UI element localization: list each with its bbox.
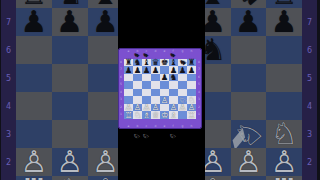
square-g7: ♟: [231, 8, 267, 36]
square-g3: ♘: [231, 120, 267, 148]
frame-file-label-d-top: d: [155, 50, 157, 53]
white-piece-p-g2: ♙: [235, 147, 262, 177]
background-rank-label-2: 2: [302, 158, 317, 167]
square-b7[interactable]: ♟: [133, 66, 142, 74]
white-piece-k-e1: ♔: [161, 111, 169, 120]
white-reserve-winged-piece-f: ♘: [169, 131, 178, 140]
square-f3[interactable]: [169, 96, 178, 104]
background-rank-label-3: 3: [1, 130, 16, 139]
square-d7[interactable]: ♟: [151, 66, 160, 74]
white-piece-n-b1: ♘: [134, 111, 142, 120]
square-c2[interactable]: ♙: [142, 104, 151, 112]
frame-rank-label-8-left: 8: [120, 61, 122, 64]
square-a3[interactable]: [124, 96, 133, 104]
white-reserve-slot-e: [160, 133, 169, 140]
frame-file-label-g-top: g: [182, 50, 184, 53]
square-d4[interactable]: [151, 89, 160, 97]
square-e7[interactable]: [160, 66, 169, 74]
frame-rank-label-7-left: 7: [120, 68, 122, 71]
square-a5[interactable]: [124, 81, 133, 89]
square-h1: ♖: [266, 176, 302, 180]
black-reserve-slot-d: [151, 52, 160, 59]
white-piece-r-a1: ♖: [20, 175, 47, 180]
white-reserve-slot-d: [151, 133, 160, 140]
square-b4: [52, 92, 88, 120]
white-reserve-slot-a: [124, 133, 133, 140]
square-e2[interactable]: [160, 104, 169, 112]
square-g8: ♞: [231, 0, 267, 8]
white-piece-n-h3: ♘: [271, 119, 298, 149]
square-f7[interactable]: ♟: [169, 66, 178, 74]
square-c5[interactable]: [142, 81, 151, 89]
frame-file-label-f-top: f: [173, 50, 174, 53]
square-d5[interactable]: [151, 81, 160, 89]
screenshot-stage: ♜♞♝♛♚♝♞♜♟♟♟♟♟♟♟♟♞♙♘♘♙♙♙♙♙♙♙♖♘♗♕♔♗♖ 76543…: [0, 0, 320, 180]
square-g8[interactable]: ♞: [178, 59, 187, 67]
frame-rank-label-5-left: 5: [120, 83, 122, 86]
black-reserve-slot-g: [178, 52, 187, 59]
square-b2: ♙: [52, 148, 88, 176]
white-reserve-slot-c[interactable]: ♘: [142, 133, 151, 140]
square-h5: [266, 64, 302, 92]
square-b1[interactable]: ♘: [133, 111, 142, 119]
black-reserve-slot-a: [124, 52, 133, 59]
square-g2: ♙: [231, 148, 267, 176]
white-piece-q-d1: ♕: [152, 111, 160, 120]
frame-file-label-b-top: b: [137, 50, 139, 53]
square-b5: [52, 64, 88, 92]
background-rank-label-5: 5: [1, 74, 16, 83]
square-g2[interactable]: ♙: [178, 104, 187, 112]
frame-file-label-h-bottom: h: [191, 125, 193, 128]
square-a7[interactable]: ♟: [124, 66, 133, 74]
white-piece-n-b1: ♘: [56, 175, 83, 180]
white-piece-r-a1: ♖: [125, 111, 133, 120]
white-piece-b-f1: ♗: [170, 111, 178, 120]
square-f6[interactable]: ♞: [169, 74, 178, 82]
square-g7[interactable]: ♟: [178, 66, 187, 74]
square-h5[interactable]: [187, 81, 196, 89]
square-e3[interactable]: ♙: [160, 96, 169, 104]
background-rank-label-6: 6: [302, 46, 317, 55]
frame-file-label-f-bottom: f: [173, 125, 174, 128]
white-piece-p-h2: ♙: [271, 147, 298, 177]
frame-rank-label-4-right: 4: [198, 91, 200, 94]
background-rank-label-7: 7: [1, 18, 16, 27]
square-b8[interactable]: ♞: [133, 59, 142, 67]
square-e1[interactable]: ♔: [160, 111, 169, 119]
frame-file-label-e-top: e: [164, 50, 166, 53]
square-b4[interactable]: [133, 89, 142, 97]
black-piece-p-c7: ♟: [92, 7, 119, 37]
square-d2[interactable]: ♙: [151, 104, 160, 112]
black-piece-p-b7: ♟: [56, 7, 83, 37]
white-piece-r-h1: ♖: [271, 175, 298, 180]
frame-file-label-a-top: a: [128, 50, 130, 53]
background-right-coordinate-border: 765432: [302, 0, 317, 180]
square-f4[interactable]: [169, 89, 178, 97]
square-c1[interactable]: ♗: [142, 111, 151, 119]
background-rank-label-5: 5: [302, 74, 317, 83]
square-e4[interactable]: [160, 89, 169, 97]
white-piece-b-c1: ♗: [143, 111, 151, 120]
frame-file-label-b-bottom: b: [137, 125, 139, 128]
white-piece-p-b2: ♙: [56, 147, 83, 177]
square-b7: ♟: [52, 8, 88, 36]
black-reserve-slot-h: [187, 52, 196, 59]
frame-rank-label-1-left: 1: [120, 113, 122, 116]
frame-rank-label-6-left: 6: [120, 76, 122, 79]
black-reserve-slot-e: [160, 52, 169, 59]
square-f1[interactable]: ♗: [169, 111, 178, 119]
square-a8[interactable]: ♜: [124, 59, 133, 67]
square-g4[interactable]: [178, 89, 187, 97]
square-b6: [52, 36, 88, 64]
background-rank-label-3: 3: [302, 130, 317, 139]
frame-file-label-c-bottom: c: [146, 125, 148, 128]
frame-rank-label-7-right: 7: [198, 68, 200, 71]
square-g3[interactable]: ♘: [178, 96, 187, 104]
white-reserve-slot-h: [187, 133, 196, 140]
background-rank-label-4: 4: [1, 102, 16, 111]
white-reserve-winged-piece-c: ♘: [142, 131, 151, 140]
square-c4[interactable]: [142, 89, 151, 97]
square-b6[interactable]: [133, 74, 142, 82]
black-reserve-slot-b[interactable]: ♞: [133, 52, 142, 59]
square-g6: [231, 36, 267, 64]
white-piece-b-c1: ♗: [92, 175, 119, 180]
square-e8[interactable]: ♚: [160, 59, 169, 67]
square-e5[interactable]: [160, 81, 169, 89]
square-a3: [16, 120, 52, 148]
white-piece-r-h1: ♖: [188, 111, 196, 120]
square-g1[interactable]: [178, 111, 187, 119]
square-c7[interactable]: ♟: [142, 66, 151, 74]
square-g5: [231, 64, 267, 92]
frame-rank-label-8-right: 8: [198, 61, 200, 64]
white-reserve-slot-f[interactable]: ♘: [169, 133, 178, 140]
black-piece-p-h7: ♟: [271, 7, 298, 37]
frame-file-label-g-bottom: g: [182, 125, 184, 128]
square-b5[interactable]: [133, 81, 142, 89]
square-h1[interactable]: ♖: [187, 111, 196, 119]
square-a7: ♟: [16, 8, 52, 36]
square-f8[interactable]: ♝: [169, 59, 178, 67]
square-d1[interactable]: ♕: [151, 111, 160, 119]
square-f5[interactable]: [169, 81, 178, 89]
background-rank-label-2: 2: [1, 158, 16, 167]
background-rank-label-6: 6: [1, 46, 16, 55]
square-h7[interactable]: ♟: [187, 66, 196, 74]
square-h2: ♙: [266, 148, 302, 176]
square-h2[interactable]: ♙: [187, 104, 196, 112]
square-h8: ♜: [266, 0, 302, 8]
background-left-coordinate-border: 765432: [1, 0, 16, 180]
frame-rank-label-4-left: 4: [120, 91, 122, 94]
frame-rank-label-3-left: 3: [120, 98, 122, 101]
square-c8[interactable]: ♝: [142, 59, 151, 67]
main-chess-board: ♜♞♝♛♚♝♞♜♟♟♟♟♟♟♟♟♞♙♘♘♙♙♙♙♙♙♙♖♘♗♕♔♗♖: [124, 59, 196, 119]
white-reserve-row: ♘♘♘: [124, 133, 196, 140]
white-reserve-slot-b[interactable]: ♘: [133, 133, 142, 140]
frame-rank-label-2-right: 2: [198, 106, 200, 109]
frame-file-label-e-bottom: e: [164, 125, 166, 128]
square-b1: ♘: [52, 176, 88, 180]
square-a5: [16, 64, 52, 92]
square-h3: ♘: [266, 120, 302, 148]
white-piece-p-a2: ♙: [20, 147, 47, 177]
square-c6[interactable]: [142, 74, 151, 82]
black-piece-p-a7: ♟: [20, 7, 47, 37]
square-b2[interactable]: ♙: [133, 104, 142, 112]
square-b8: ♞: [52, 0, 88, 8]
square-a6[interactable]: [124, 74, 133, 82]
frame-file-label-a-bottom: a: [128, 125, 130, 128]
square-g6[interactable]: [178, 74, 187, 82]
frame-rank-label-5-right: 5: [198, 83, 200, 86]
square-a4: [16, 92, 52, 120]
square-d8[interactable]: ♛: [151, 59, 160, 67]
frame-file-label-h-top: h: [191, 50, 193, 53]
frame-rank-label-6-right: 6: [198, 76, 200, 79]
square-a2: ♙: [16, 148, 52, 176]
black-reserve-row: ♞♞♞: [124, 52, 196, 59]
square-h4: [266, 92, 302, 120]
frame-rank-label-1-right: 1: [198, 113, 200, 116]
square-e6[interactable]: ♟: [160, 74, 169, 82]
square-a8: ♜: [16, 0, 52, 8]
black-reserve-slot-f[interactable]: ♞: [169, 52, 178, 59]
square-h6: [266, 36, 302, 64]
square-f2[interactable]: ♙: [169, 104, 178, 112]
square-a1[interactable]: ♖: [124, 111, 133, 119]
white-reserve-slot-g: [178, 133, 187, 140]
square-g5[interactable]: [178, 81, 187, 89]
white-reserve-winged-piece-b: ♘: [133, 131, 142, 140]
square-h4[interactable]: [187, 89, 196, 97]
square-h7: ♟: [266, 8, 302, 36]
square-g1: [231, 176, 267, 180]
square-b3: [52, 120, 88, 148]
square-g4: [231, 92, 267, 120]
square-d3[interactable]: [151, 96, 160, 104]
black-piece-p-g7: ♟: [235, 7, 262, 37]
frame-rank-label-2-left: 2: [120, 106, 122, 109]
square-c3[interactable]: [142, 96, 151, 104]
square-a4[interactable]: [124, 89, 133, 97]
frame-file-label-c-top: c: [146, 50, 148, 53]
square-h3[interactable]: ♘: [187, 96, 196, 104]
square-b3[interactable]: [133, 96, 142, 104]
square-a1: ♖: [16, 176, 52, 180]
square-h6[interactable]: [187, 74, 196, 82]
square-h8[interactable]: ♜: [187, 59, 196, 67]
square-a6: [16, 36, 52, 64]
board-frame: ♞♞♞ ♜♞♝♛♚♝♞♜♟♟♟♟♟♟♟♟♞♙♘♘♙♙♙♙♙♙♙♖♘♗♕♔♗♖ ♘…: [119, 49, 201, 128]
frame-rank-label-3-right: 3: [198, 98, 200, 101]
black-reserve-slot-c[interactable]: ♞: [142, 52, 151, 59]
white-piece-p-c2: ♙: [92, 147, 119, 177]
square-a2[interactable]: ♙: [124, 104, 133, 112]
background-rank-label-4: 4: [302, 102, 317, 111]
frame-file-label-d-bottom: d: [155, 125, 157, 128]
background-rank-label-7: 7: [302, 18, 317, 27]
square-d6[interactable]: [151, 74, 160, 82]
